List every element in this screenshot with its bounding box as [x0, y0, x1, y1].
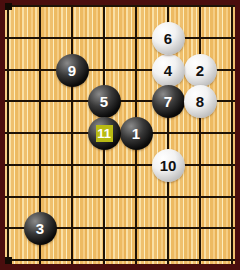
move-number: 5: [100, 94, 108, 109]
grid-vertical-line: [7, 5, 9, 264]
stone-white-8: 8: [184, 85, 217, 118]
go-diagram: 1234567891011: [0, 0, 240, 270]
stone-black-5: 5: [88, 85, 121, 118]
move-number: 4: [164, 63, 172, 78]
move-number: 8: [196, 94, 204, 109]
move-number: 2: [196, 63, 204, 78]
last-move-number-highlight: 11: [96, 125, 113, 142]
move-number: 10: [160, 158, 177, 173]
stone-white-10: 10: [152, 149, 185, 182]
grid-horizontal-line: [5, 164, 235, 166]
move-number: 9: [68, 63, 76, 78]
stone-black-1: 1: [120, 117, 153, 150]
stone-white-6: 6: [152, 22, 185, 55]
stone-white-2: 2: [184, 54, 217, 87]
grid-vertical-line: [71, 5, 73, 264]
stone-black-3: 3: [24, 212, 57, 245]
stone-white-4: 4: [152, 54, 185, 87]
stone-black-11: 11: [88, 117, 121, 150]
stone-black-7: 7: [152, 85, 185, 118]
grid-horizontal-line: [5, 37, 235, 39]
stone-black-9: 9: [56, 54, 89, 87]
move-number: 6: [164, 31, 172, 46]
square-marker: [5, 257, 12, 264]
grid-horizontal-line: [5, 5, 235, 7]
grid-horizontal-line: [5, 196, 235, 198]
grid-vertical-line: [231, 5, 233, 264]
grid-vertical-line: [199, 5, 201, 264]
grid-horizontal-line: [5, 259, 235, 261]
square-marker: [5, 3, 12, 10]
move-number: 1: [132, 126, 140, 141]
move-number: 3: [36, 221, 44, 236]
move-number: 7: [164, 94, 172, 109]
